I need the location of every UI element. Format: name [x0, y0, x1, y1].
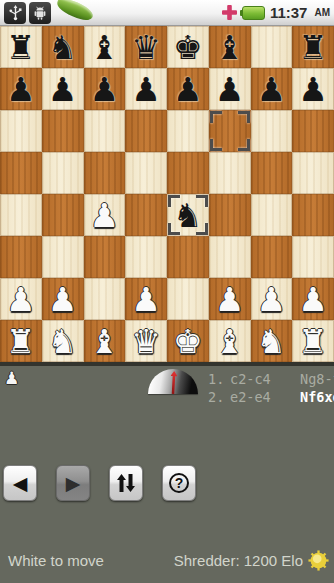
- square-d4[interactable]: [125, 194, 167, 236]
- square-a8[interactable]: ♜: [0, 26, 42, 68]
- square-a1[interactable]: ♜: [0, 320, 42, 362]
- white-rook-h1[interactable]: ♜: [298, 325, 328, 358]
- square-e5[interactable]: [167, 152, 209, 194]
- sun-icon: [308, 550, 329, 571]
- white-pawn-h2[interactable]: ♟: [298, 283, 328, 316]
- square-d2[interactable]: ♟: [125, 278, 167, 320]
- navigation-controls: ◀ ▶ ?: [3, 465, 196, 501]
- square-a7[interactable]: ♟: [0, 68, 42, 110]
- android-debug-icon: [29, 2, 51, 24]
- square-d5[interactable]: [125, 152, 167, 194]
- square-a4[interactable]: [0, 194, 42, 236]
- square-f3[interactable]: [209, 236, 251, 278]
- white-queen-d1[interactable]: ♛: [131, 325, 161, 358]
- chess-board[interactable]: ♜♞♝♛♚♝♜♟♟♟♟♟♟♟♟♟♞♟♟♟♟♟♟♜♞♝♛♚♝♞♜: [0, 26, 334, 362]
- square-g8[interactable]: [251, 26, 293, 68]
- white-bishop-f1[interactable]: ♝: [215, 325, 245, 358]
- evaluation-gauge: [148, 369, 198, 394]
- help-button[interactable]: ?: [162, 465, 196, 501]
- move-number: 1.: [208, 370, 230, 388]
- square-d1[interactable]: ♛: [125, 320, 167, 362]
- white-pawn-f2[interactable]: ♟: [215, 283, 245, 316]
- square-g3[interactable]: [251, 236, 293, 278]
- black-pawn-b7[interactable]: ♟: [48, 73, 78, 106]
- back-icon: ◀: [13, 472, 28, 495]
- square-b7[interactable]: ♟: [42, 68, 84, 110]
- black-king-e8[interactable]: ♚: [173, 31, 203, 64]
- square-c3[interactable]: [84, 236, 126, 278]
- black-pawn-e7[interactable]: ♟: [173, 73, 203, 106]
- white-pawn-a2[interactable]: ♟: [6, 283, 36, 316]
- square-e3[interactable]: [167, 236, 209, 278]
- move-row-1: 1. c2-c4 Ng8-f6: [208, 370, 334, 388]
- white-pawn-g2[interactable]: ♟: [257, 283, 287, 316]
- black-pawn-f7[interactable]: ♟: [215, 73, 245, 106]
- square-c5[interactable]: [84, 152, 126, 194]
- clock: 11:37: [270, 4, 308, 21]
- white-pawn-d2[interactable]: ♟: [131, 283, 161, 316]
- square-f5[interactable]: [209, 152, 251, 194]
- square-h6[interactable]: [292, 110, 334, 152]
- white-pawn-b2[interactable]: ♟: [48, 283, 78, 316]
- square-f4[interactable]: [209, 194, 251, 236]
- usb-icon: [4, 2, 26, 24]
- black-pawn-c7[interactable]: ♟: [90, 73, 120, 106]
- black-queen-d8[interactable]: ♛: [131, 31, 161, 64]
- square-c4[interactable]: ♟: [84, 194, 126, 236]
- black-pawn-g7[interactable]: ♟: [257, 73, 287, 106]
- square-b8[interactable]: ♞: [42, 26, 84, 68]
- square-e8[interactable]: ♚: [167, 26, 209, 68]
- pea-pod-icon: [52, 0, 98, 26]
- square-h2[interactable]: ♟: [292, 278, 334, 320]
- engine-strength-label: Shredder: 1200 Elo: [174, 552, 303, 569]
- square-b4[interactable]: [42, 194, 84, 236]
- square-h8[interactable]: ♜: [292, 26, 334, 68]
- question-mark-icon: ?: [169, 473, 189, 493]
- flip-moves-button[interactable]: [109, 465, 143, 501]
- square-f7[interactable]: ♟: [209, 68, 251, 110]
- white-pawn-c4[interactable]: ♟: [90, 199, 120, 232]
- square-e1[interactable]: ♚: [167, 320, 209, 362]
- square-f2[interactable]: ♟: [209, 278, 251, 320]
- square-d7[interactable]: ♟: [125, 68, 167, 110]
- square-b3[interactable]: [42, 236, 84, 278]
- square-e6[interactable]: [167, 110, 209, 152]
- white-rook-a1[interactable]: ♜: [6, 325, 36, 358]
- battery-icon: [242, 6, 265, 20]
- forward-icon: ▶: [66, 472, 81, 495]
- back-button[interactable]: ◀: [3, 465, 37, 501]
- square-c8[interactable]: ♝: [84, 26, 126, 68]
- square-g2[interactable]: ♟: [251, 278, 293, 320]
- black-pawn-a7[interactable]: ♟: [6, 73, 36, 106]
- square-h4[interactable]: [292, 194, 334, 236]
- square-c7[interactable]: ♟: [84, 68, 126, 110]
- move-row-2: 2. e2-e4 Nf6xe4: [208, 388, 334, 406]
- move-number: 2.: [208, 388, 230, 406]
- square-f1[interactable]: ♝: [209, 320, 251, 362]
- square-d6[interactable]: [125, 110, 167, 152]
- black-pawn-h7[interactable]: ♟: [298, 73, 328, 106]
- selection-marker-f6: [210, 111, 250, 151]
- square-f8[interactable]: ♝: [209, 26, 251, 68]
- notification-icons: [4, 0, 98, 26]
- bottom-panel: ♟ 1. c2-c4 Ng8-f6 2. e2-e4 Nf6xe4 ◀ ▶: [0, 362, 334, 583]
- gauge-needle: [170, 371, 178, 394]
- turn-indicator: White to move: [8, 552, 104, 569]
- black-knight-b8[interactable]: ♞: [48, 31, 78, 64]
- square-e7[interactable]: ♟: [167, 68, 209, 110]
- clock-meridiem: AM: [314, 7, 330, 18]
- square-e2[interactable]: [167, 278, 209, 320]
- black-rook-a8[interactable]: ♜: [6, 31, 36, 64]
- square-h1[interactable]: ♜: [292, 320, 334, 362]
- forward-button[interactable]: ▶: [56, 465, 90, 501]
- square-b6[interactable]: [42, 110, 84, 152]
- black-bishop-c8[interactable]: ♝: [90, 31, 120, 64]
- white-knight-b1[interactable]: ♞: [48, 325, 78, 358]
- square-d8[interactable]: ♛: [125, 26, 167, 68]
- square-g1[interactable]: ♞: [251, 320, 293, 362]
- square-b5[interactable]: [42, 152, 84, 194]
- white-knight-g1[interactable]: ♞: [257, 325, 287, 358]
- square-h5[interactable]: [292, 152, 334, 194]
- square-a5[interactable]: [0, 152, 42, 194]
- square-b1[interactable]: ♞: [42, 320, 84, 362]
- square-h3[interactable]: [292, 236, 334, 278]
- captured-white-pawn: ♟: [4, 368, 19, 388]
- square-e4[interactable]: ♞: [167, 194, 209, 236]
- square-a2[interactable]: ♟: [0, 278, 42, 320]
- up-down-arrows-icon: [115, 472, 137, 494]
- plus-icon: [222, 5, 237, 20]
- square-f6[interactable]: [209, 110, 251, 152]
- square-g5[interactable]: [251, 152, 293, 194]
- square-c2[interactable]: [84, 278, 126, 320]
- black-move: Ng8-f6: [300, 370, 334, 388]
- black-bishop-f8[interactable]: ♝: [215, 31, 245, 64]
- square-a3[interactable]: [0, 236, 42, 278]
- square-g4[interactable]: [251, 194, 293, 236]
- black-knight-e4[interactable]: ♞: [173, 199, 203, 232]
- black-pawn-d7[interactable]: ♟: [131, 73, 161, 106]
- square-b2[interactable]: ♟: [42, 278, 84, 320]
- white-bishop-c1[interactable]: ♝: [90, 325, 120, 358]
- square-c1[interactable]: ♝: [84, 320, 126, 362]
- square-g7[interactable]: ♟: [251, 68, 293, 110]
- square-c6[interactable]: [84, 110, 126, 152]
- square-d3[interactable]: [125, 236, 167, 278]
- white-king-e1[interactable]: ♚: [173, 325, 203, 358]
- black-move-highlighted: Nf6xe4: [300, 388, 334, 406]
- square-h7[interactable]: ♟: [292, 68, 334, 110]
- square-a6[interactable]: [0, 110, 42, 152]
- move-list: 1. c2-c4 Ng8-f6 2. e2-e4 Nf6xe4: [208, 370, 334, 406]
- white-move: c2-c4: [230, 370, 300, 388]
- black-rook-h8[interactable]: ♜: [298, 31, 328, 64]
- square-g6[interactable]: [251, 110, 293, 152]
- status-texts: White to move Shredder: 1200 Elo: [8, 550, 329, 571]
- white-move: e2-e4: [230, 388, 300, 406]
- status-bar: 11:37AM: [0, 0, 334, 26]
